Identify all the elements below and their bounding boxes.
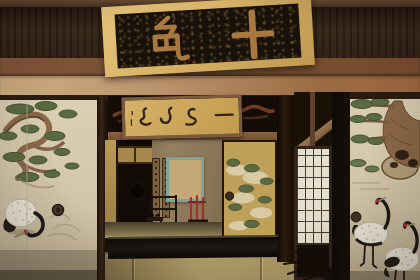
preening-crane-painting <box>3 199 43 237</box>
right-panel-painting <box>350 99 420 280</box>
crane-left-painting <box>352 198 389 268</box>
round-dark-object <box>130 184 145 199</box>
door-pull-hikite <box>225 192 233 200</box>
vertical-wood-post <box>310 92 315 146</box>
door-pull-center <box>56 208 61 213</box>
rock-sketch-painting <box>48 214 80 240</box>
panel-bottom-shadow <box>350 271 420 280</box>
left-fusuma-panel <box>0 100 97 280</box>
alcove-gold-cabinet-doors <box>118 146 152 164</box>
cursive-calligraphy <box>125 98 240 137</box>
signature-marks <box>131 111 132 126</box>
right-door-pillar <box>277 96 294 262</box>
japanese-tatami-room-photo: 十 色 <box>0 0 420 280</box>
kanji-ten-glyph <box>233 12 272 57</box>
calligraphy-plaque <box>101 0 315 77</box>
right-panel-top-rail <box>350 92 420 99</box>
plaque-kanji-art <box>115 4 302 69</box>
red-lacquer-stand <box>186 192 212 224</box>
kanji-iro-glyph <box>154 17 188 60</box>
panel-bottom-shadow-deep <box>0 270 97 280</box>
pine-trunk-painting <box>350 99 420 189</box>
right-fusuma-panel <box>350 99 420 280</box>
plaque-black-field <box>115 4 302 69</box>
left-door-pillar <box>97 95 105 280</box>
inner-calligraphy-plaque <box>121 94 242 139</box>
crane-red-crown <box>404 223 408 227</box>
dark-foliage-silhouette <box>274 244 334 280</box>
moss-mounds <box>350 160 379 173</box>
left-panel-painting <box>0 100 97 280</box>
pine-tree-painting <box>0 102 79 188</box>
black-threshold-rail <box>108 235 278 259</box>
crane-red-crown <box>376 199 380 203</box>
door-pull-hikite <box>351 212 361 222</box>
panel-frame-shadow <box>332 92 350 280</box>
